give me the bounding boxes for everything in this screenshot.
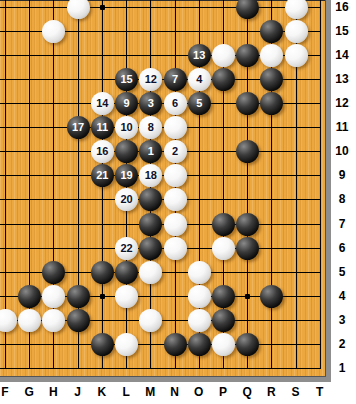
move-number-label: 21 <box>96 170 108 181</box>
white-stone-N7[interactable] <box>164 213 187 236</box>
black-stone-R13[interactable] <box>260 68 283 91</box>
white-stone-N10-move-2[interactable]: 2 <box>164 140 187 163</box>
white-stone-H4[interactable] <box>42 285 65 308</box>
black-stone-P7[interactable] <box>212 213 235 236</box>
black-stone-P3[interactable] <box>212 309 235 332</box>
black-stone-P13[interactable] <box>212 68 235 91</box>
row-label-3: 3 <box>330 312 354 328</box>
black-stone-K11-move-11[interactable]: 11 <box>91 116 114 139</box>
column-label-F: F <box>0 385 17 401</box>
white-stone-O5[interactable] <box>188 261 211 284</box>
white-stone-K10-move-16[interactable]: 16 <box>91 140 114 163</box>
white-stone-L11-move-10[interactable]: 10 <box>115 116 138 139</box>
white-stone-M3[interactable] <box>139 309 162 332</box>
black-stone-Q16[interactable] <box>236 0 259 19</box>
white-stone-L2[interactable] <box>115 333 138 356</box>
black-stone-L10[interactable] <box>115 140 138 163</box>
row-label-9: 9 <box>330 167 354 183</box>
move-number-label: 20 <box>120 194 132 205</box>
column-label-O: O <box>187 385 211 401</box>
row-label-2: 2 <box>330 336 354 352</box>
black-stone-G4[interactable] <box>18 285 41 308</box>
column-label-T: T <box>308 385 332 401</box>
grid-line-row-1 <box>0 368 321 369</box>
white-stone-S14[interactable] <box>285 44 308 67</box>
white-stone-M5[interactable] <box>139 261 162 284</box>
move-number-label: 19 <box>120 170 132 181</box>
move-number-label: 17 <box>72 122 84 133</box>
white-stone-H15[interactable] <box>42 20 65 43</box>
black-stone-O12-move-5[interactable]: 5 <box>188 92 211 115</box>
go-board-diagram: 13151274149365171110816122119182022 FGHJ… <box>0 0 356 404</box>
column-label-M: M <box>138 385 162 401</box>
white-stone-M13-move-12[interactable]: 12 <box>139 68 162 91</box>
move-number-label: 12 <box>145 74 157 85</box>
move-number-label: 13 <box>193 50 205 61</box>
black-stone-M6[interactable] <box>139 237 162 260</box>
black-stone-H5[interactable] <box>42 261 65 284</box>
white-stone-S16[interactable] <box>285 0 308 19</box>
white-stone-N8[interactable] <box>164 188 187 211</box>
black-stone-N2[interactable] <box>164 333 187 356</box>
move-number-label: 1 <box>148 146 154 157</box>
move-number-label: 16 <box>96 146 108 157</box>
move-number-label: 9 <box>124 98 130 109</box>
row-label-14: 14 <box>330 47 354 63</box>
move-number-label: 6 <box>172 98 178 109</box>
black-stone-Q14[interactable] <box>236 44 259 67</box>
row-label-11: 11 <box>330 119 354 135</box>
white-stone-L8-move-20[interactable]: 20 <box>115 188 138 211</box>
white-stone-L4[interactable] <box>115 285 138 308</box>
white-stone-O13-move-4[interactable]: 4 <box>188 68 211 91</box>
black-stone-P4[interactable] <box>212 285 235 308</box>
move-number-label: 11 <box>96 122 108 133</box>
white-stone-N6[interactable] <box>164 237 187 260</box>
black-stone-Q10[interactable] <box>236 140 259 163</box>
grid-line-row-2 <box>0 344 321 345</box>
move-number-label: 4 <box>196 74 202 85</box>
black-stone-L5[interactable] <box>115 261 138 284</box>
column-label-R: R <box>259 385 283 401</box>
black-stone-N13-move-7[interactable]: 7 <box>164 68 187 91</box>
black-stone-K5[interactable] <box>91 261 114 284</box>
column-label-J: J <box>66 385 90 401</box>
move-number-label: 2 <box>172 146 178 157</box>
black-stone-L9-move-19[interactable]: 19 <box>115 164 138 187</box>
black-stone-L13-move-15[interactable]: 15 <box>115 68 138 91</box>
move-number-label: 18 <box>145 170 157 181</box>
white-stone-M11-move-8[interactable]: 8 <box>139 116 162 139</box>
move-number-label: 22 <box>120 243 132 254</box>
row-label-6: 6 <box>330 240 354 256</box>
black-stone-M10-move-1[interactable]: 1 <box>139 140 162 163</box>
row-label-10: 10 <box>330 143 354 159</box>
black-stone-M7[interactable] <box>139 213 162 236</box>
move-number-label: 5 <box>196 98 202 109</box>
white-stone-N12-move-6[interactable]: 6 <box>164 92 187 115</box>
board-edge-border: 13151274149365171110816122119182022 <box>0 0 331 382</box>
row-label-8: 8 <box>330 191 354 207</box>
white-stone-O4[interactable] <box>188 285 211 308</box>
black-stone-R15[interactable] <box>260 20 283 43</box>
black-stone-Q2[interactable] <box>236 333 259 356</box>
column-label-H: H <box>41 385 65 401</box>
white-stone-P2[interactable] <box>212 333 235 356</box>
black-stone-J11-move-17[interactable]: 17 <box>67 116 90 139</box>
move-number-label: 15 <box>120 74 132 85</box>
white-stone-M9-move-18[interactable]: 18 <box>139 164 162 187</box>
black-stone-J4[interactable] <box>67 285 90 308</box>
black-stone-Q7[interactable] <box>236 213 259 236</box>
grid-line-row-16 <box>0 7 321 8</box>
row-label-15: 15 <box>330 23 354 39</box>
white-stone-G3[interactable] <box>18 309 41 332</box>
move-number-label: 3 <box>148 98 154 109</box>
star-point-K16 <box>100 5 105 10</box>
black-stone-M12-move-3[interactable]: 3 <box>139 92 162 115</box>
black-stone-Q6[interactable] <box>236 237 259 260</box>
board-top-crop-line <box>0 0 325 1</box>
column-label-P: P <box>211 385 235 401</box>
black-stone-R4[interactable] <box>260 285 283 308</box>
column-label-S: S <box>284 385 308 401</box>
move-number-label: 7 <box>172 74 178 85</box>
black-stone-K2[interactable] <box>91 333 114 356</box>
row-label-5: 5 <box>330 264 354 280</box>
column-label-L: L <box>114 385 138 401</box>
black-stone-Q12[interactable] <box>236 92 259 115</box>
black-stone-L12-move-9[interactable]: 9 <box>115 92 138 115</box>
go-board[interactable]: 13151274149365171110816122119182022 <box>0 0 326 377</box>
star-point-K4 <box>100 294 105 299</box>
row-label-12: 12 <box>330 95 354 111</box>
white-stone-H3[interactable] <box>42 309 65 332</box>
white-stone-N11[interactable] <box>164 116 187 139</box>
white-stone-P14[interactable] <box>212 44 235 67</box>
column-label-K: K <box>90 385 114 401</box>
black-stone-O2[interactable] <box>188 333 211 356</box>
column-label-G: G <box>17 385 41 401</box>
black-stone-K9-move-21[interactable]: 21 <box>91 164 114 187</box>
white-stone-R14[interactable] <box>260 44 283 67</box>
black-stone-M8[interactable] <box>139 188 162 211</box>
black-stone-O14-move-13[interactable]: 13 <box>188 44 211 67</box>
row-label-13: 13 <box>330 71 354 87</box>
white-stone-F3[interactable] <box>0 309 17 332</box>
row-label-4: 4 <box>330 288 354 304</box>
column-label-Q: Q <box>235 385 259 401</box>
white-stone-L6-move-22[interactable]: 22 <box>115 237 138 260</box>
move-number-label: 8 <box>148 122 154 133</box>
white-stone-J16[interactable] <box>67 0 90 19</box>
move-number-label: 10 <box>120 122 132 133</box>
white-stone-P6[interactable] <box>212 237 235 260</box>
black-stone-R12[interactable] <box>260 92 283 115</box>
move-number-label: 14 <box>96 98 108 109</box>
white-stone-O3[interactable] <box>188 309 211 332</box>
column-label-N: N <box>163 385 187 401</box>
black-stone-J3[interactable] <box>67 309 90 332</box>
row-label-7: 7 <box>330 216 354 232</box>
star-point-Q4 <box>245 294 250 299</box>
row-label-1: 1 <box>330 360 354 376</box>
row-label-16: 16 <box>330 0 354 15</box>
white-stone-K12-move-14[interactable]: 14 <box>91 92 114 115</box>
white-stone-N9[interactable] <box>164 164 187 187</box>
white-stone-S15[interactable] <box>285 20 308 43</box>
